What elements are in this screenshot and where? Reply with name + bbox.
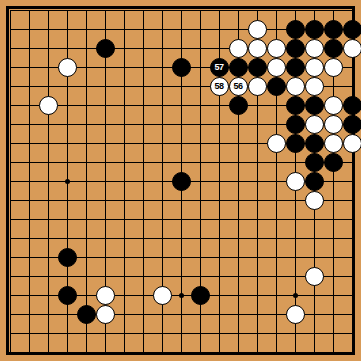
- stone-black: [324, 20, 343, 39]
- stone-black: [305, 172, 324, 191]
- stone-white: [305, 115, 324, 134]
- stone-black: [324, 39, 343, 58]
- stone-black: [305, 20, 324, 39]
- stone-black: [77, 305, 96, 324]
- stone-white: [267, 58, 286, 77]
- stone-black: [248, 58, 267, 77]
- stone-black: [229, 96, 248, 115]
- stone-white: [58, 58, 77, 77]
- grid-line: [10, 219, 353, 220]
- stone-black: [286, 96, 305, 115]
- stone-white: [286, 77, 305, 96]
- grid-line: [10, 333, 353, 334]
- stone-black: [58, 286, 77, 305]
- stone-black: [305, 153, 324, 172]
- stone-white: [248, 77, 267, 96]
- stone-white: [305, 39, 324, 58]
- grid-line: [10, 276, 353, 277]
- star-point: [65, 179, 70, 184]
- stone-white: [248, 39, 267, 58]
- stone-black: [172, 58, 191, 77]
- stone-white-move-58: 58: [210, 77, 229, 96]
- stone-white-move-56: 56: [229, 77, 248, 96]
- stone-white: [324, 58, 343, 77]
- stone-black: [343, 115, 361, 134]
- stone-black: [191, 286, 210, 305]
- grid-line: [10, 352, 353, 353]
- stone-white: [305, 58, 324, 77]
- stone-white: [229, 39, 248, 58]
- star-point: [179, 293, 184, 298]
- stone-black: [286, 115, 305, 134]
- stone-white: [305, 77, 324, 96]
- stone-white: [343, 39, 361, 58]
- stone-black: [343, 96, 361, 115]
- stone-white: [324, 96, 343, 115]
- stone-black: [286, 134, 305, 153]
- stone-black: [305, 96, 324, 115]
- stone-black: [286, 58, 305, 77]
- stone-white: [248, 20, 267, 39]
- stone-white: [96, 286, 115, 305]
- stone-white: [39, 96, 58, 115]
- stone-black: [324, 153, 343, 172]
- grid-line: [10, 200, 353, 201]
- stone-white: [305, 191, 324, 210]
- stone-white: [324, 134, 343, 153]
- stone-white: [286, 305, 305, 324]
- go-board[interactable]: 575856: [0, 0, 361, 361]
- stone-black: [286, 39, 305, 58]
- stone-white: [343, 134, 361, 153]
- star-point: [293, 293, 298, 298]
- stone-white: [153, 286, 172, 305]
- stone-black: [305, 134, 324, 153]
- stone-black: [286, 20, 305, 39]
- stone-black: [172, 172, 191, 191]
- stone-black: [343, 20, 361, 39]
- stone-black: [229, 58, 248, 77]
- grid-line: [10, 238, 353, 239]
- stone-white: [267, 134, 286, 153]
- stone-white: [324, 115, 343, 134]
- stone-black: [267, 77, 286, 96]
- stone-white: [267, 39, 286, 58]
- stone-white: [305, 267, 324, 286]
- stone-white: [286, 172, 305, 191]
- stone-black: [58, 248, 77, 267]
- stone-black: [96, 39, 115, 58]
- grid-line: [352, 10, 353, 353]
- stone-white: [96, 305, 115, 324]
- stone-black-move-57: 57: [210, 58, 229, 77]
